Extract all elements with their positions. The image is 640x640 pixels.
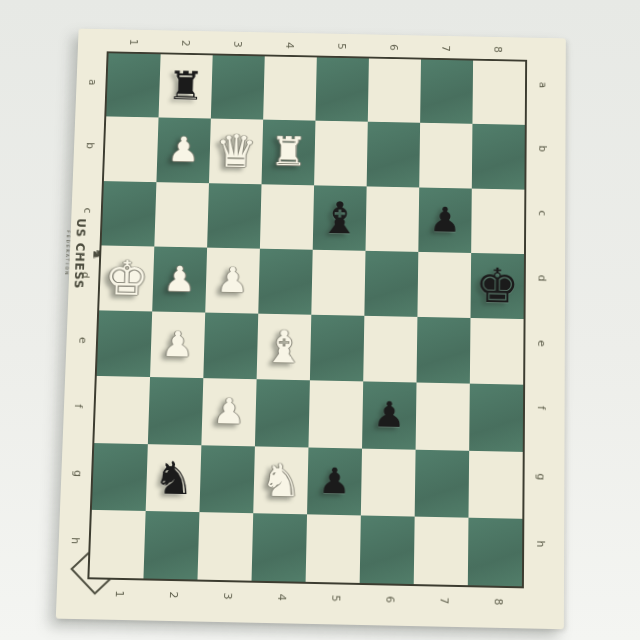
square-h8[interactable]: [468, 517, 523, 586]
square-e7[interactable]: [417, 317, 471, 384]
square-g7[interactable]: [415, 449, 470, 517]
coord-label-5: 5: [336, 43, 347, 50]
coord-label-6: 6: [375, 596, 395, 603]
square-g3[interactable]: [199, 445, 254, 513]
coord-label-6: 6: [388, 44, 399, 51]
square-d3[interactable]: ♟: [205, 247, 260, 313]
square-b1[interactable]: [104, 117, 159, 182]
square-c6[interactable]: [366, 186, 420, 252]
coord-label-3: 3: [212, 592, 232, 599]
square-b2[interactable]: ♟: [156, 118, 210, 183]
square-a6[interactable]: [368, 58, 421, 122]
coord-label-2: 2: [158, 591, 178, 598]
coord-label-g: g: [72, 470, 83, 477]
square-d2[interactable]: ♟: [152, 246, 207, 312]
square-h1[interactable]: [89, 510, 145, 579]
piece-black-pawn[interactable]: ♟: [373, 398, 405, 434]
coord-label-b: b: [537, 146, 548, 165]
square-a7[interactable]: [420, 60, 473, 125]
piece-black-bishop[interactable]: ♝: [319, 196, 360, 240]
square-d7[interactable]: [417, 252, 471, 318]
square-a5[interactable]: [315, 57, 368, 121]
coord-label-a: a: [537, 82, 548, 101]
piece-white-rook[interactable]: ♜: [270, 132, 307, 172]
square-f7[interactable]: [416, 383, 470, 451]
piece-white-pawn[interactable]: ♟: [163, 262, 196, 297]
square-h3[interactable]: [197, 512, 253, 581]
square-e3[interactable]: [203, 313, 258, 380]
coord-label-1: 1: [104, 590, 124, 597]
piece-white-pawn[interactable]: ♟: [161, 327, 194, 362]
square-a1[interactable]: [106, 53, 160, 117]
coord-label-4: 4: [284, 42, 295, 49]
square-f4[interactable]: [255, 379, 310, 447]
coord-label-7: 7: [429, 597, 449, 604]
piece-white-bishop[interactable]: ♝: [263, 324, 305, 369]
square-f6[interactable]: ♟: [362, 382, 416, 450]
coord-label-3: 3: [232, 41, 243, 48]
square-e2[interactable]: ♟: [150, 311, 205, 378]
square-b4[interactable]: ♜: [262, 120, 316, 185]
coord-label-5: 5: [321, 595, 341, 602]
square-d5[interactable]: [311, 250, 365, 316]
square-e1[interactable]: [97, 310, 152, 377]
coord-label-e: e: [536, 340, 547, 360]
square-b6[interactable]: [367, 122, 420, 187]
chess-board: ♜♟♛♜♝♟♚♟♟♚♟♝♟♟♞♞♟: [87, 51, 527, 588]
square-g4[interactable]: ♞: [253, 446, 308, 514]
piece-white-knight[interactable]: ♞: [260, 457, 302, 503]
square-h4[interactable]: [252, 513, 308, 582]
brand-subtext: FEDERATION: [64, 216, 72, 292]
square-b8[interactable]: [472, 124, 525, 189]
square-c7[interactable]: ♟: [418, 187, 471, 253]
coord-label-8: 8: [492, 46, 503, 53]
piece-black-knight[interactable]: ♞: [152, 455, 194, 501]
square-h2[interactable]: [143, 511, 199, 580]
square-d1[interactable]: ♚: [99, 245, 154, 311]
square-h5[interactable]: [306, 514, 361, 583]
square-e4[interactable]: ♝: [257, 314, 312, 381]
square-d8[interactable]: ♚: [470, 253, 523, 319]
coord-label-1: 1: [128, 39, 139, 46]
brand-text: US CHESS: [72, 218, 88, 289]
coord-label-c: c: [536, 210, 547, 229]
square-e5[interactable]: [310, 315, 364, 382]
square-c2[interactable]: [154, 182, 209, 248]
coord-label-d: d: [80, 272, 91, 279]
square-c8[interactable]: [471, 188, 524, 254]
coord-label-8: 8: [483, 598, 503, 605]
coord-label-f: f: [73, 405, 84, 409]
square-g5[interactable]: ♟: [307, 447, 362, 515]
square-b5[interactable]: [314, 121, 368, 186]
square-f8[interactable]: [469, 384, 523, 452]
square-h7[interactable]: [414, 516, 469, 585]
piece-white-pawn[interactable]: ♟: [167, 133, 199, 167]
square-g2[interactable]: ♞: [146, 444, 202, 512]
square-a4[interactable]: [263, 56, 317, 120]
square-e6[interactable]: [363, 316, 417, 383]
square-d6[interactable]: [364, 251, 418, 317]
piece-black-pawn[interactable]: ♟: [429, 202, 461, 237]
coord-label-h: h: [70, 537, 81, 544]
piece-white-queen[interactable]: ♛: [215, 128, 258, 174]
square-f1[interactable]: [94, 376, 150, 444]
coord-label-c: c: [82, 207, 93, 213]
piece-black-pawn[interactable]: ♟: [318, 463, 351, 499]
coord-label-4: 4: [267, 593, 287, 600]
coord-label-2: 2: [180, 40, 191, 47]
coord-label-a: a: [87, 79, 98, 85]
piece-black-rook[interactable]: ♜: [167, 67, 205, 107]
square-a3[interactable]: [211, 55, 265, 119]
square-c3[interactable]: [207, 183, 261, 249]
square-a2[interactable]: ♜: [159, 54, 213, 118]
square-d4[interactable]: [258, 248, 312, 314]
square-c4[interactable]: [260, 184, 314, 250]
piece-white-pawn[interactable]: ♟: [213, 394, 246, 430]
square-e8[interactable]: [470, 318, 524, 385]
square-g8[interactable]: [468, 450, 522, 518]
square-b7[interactable]: [419, 123, 472, 188]
square-c1[interactable]: [102, 181, 157, 247]
coord-label-f: f: [535, 406, 546, 426]
coord-label-e: e: [77, 337, 88, 344]
square-f5[interactable]: [308, 381, 363, 449]
square-a8[interactable]: [472, 61, 525, 126]
coord-label-b: b: [85, 143, 96, 150]
coord-label-7: 7: [440, 45, 451, 52]
piece-white-pawn[interactable]: ♟: [216, 263, 249, 298]
square-f2[interactable]: [148, 377, 203, 445]
coordinate-labels: 1122334455667788aabbccddeeffgghh: [79, 29, 566, 39]
square-c5[interactable]: ♝: [313, 185, 367, 251]
square-b3[interactable]: ♛: [209, 119, 263, 184]
vinyl-chess-mat: ♞ US CHESS FEDERATION ♞ ♜♟♛♜♝♟♚♟♟♚♟♝♟♟♞♞…: [56, 29, 566, 630]
coord-label-g: g: [535, 473, 546, 493]
coord-label-h: h: [535, 540, 546, 560]
piece-white-king[interactable]: ♚: [104, 254, 150, 303]
square-g1[interactable]: [92, 443, 148, 511]
square-g6[interactable]: [361, 448, 416, 516]
square-f3[interactable]: ♟: [201, 378, 256, 446]
photo-background: ♞ US CHESS FEDERATION ♞ ♜♟♛♜♝♟♚♟♟♚♟♝♟♟♞♞…: [0, 0, 640, 640]
square-h6[interactable]: [360, 515, 415, 584]
coord-label-d: d: [536, 275, 547, 294]
piece-black-king[interactable]: ♚: [475, 262, 519, 311]
